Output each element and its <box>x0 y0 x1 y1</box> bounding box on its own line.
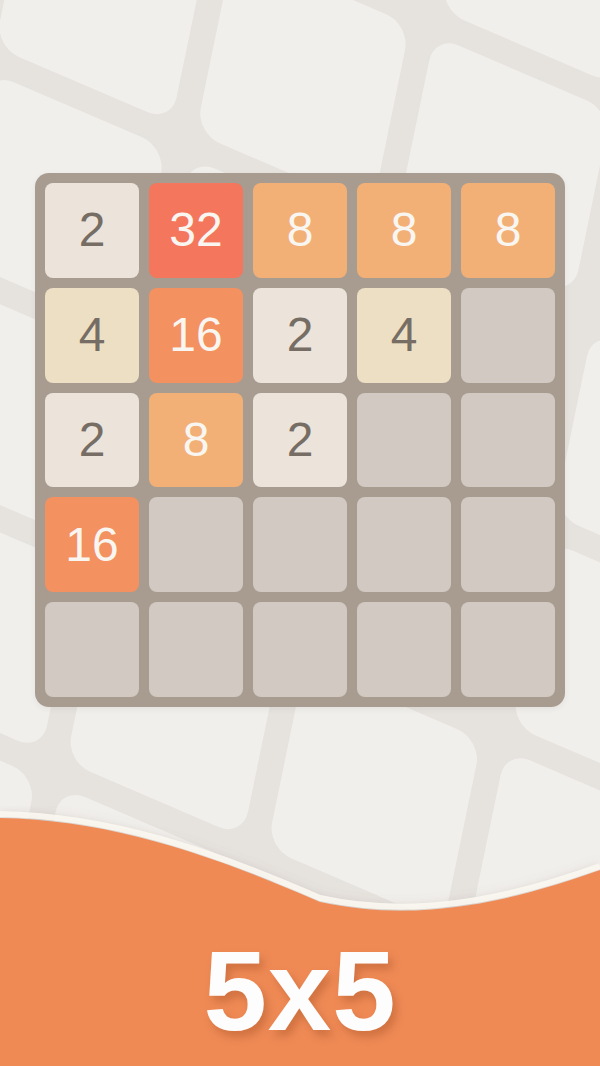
tile-8-r1c3: 8 <box>253 183 347 278</box>
tile-32-r1c2: 32 <box>149 183 243 278</box>
tile-2-r3c3: 2 <box>253 393 347 488</box>
mode-label: 5x5 <box>203 927 396 1054</box>
tile-16-r4c1: 16 <box>45 497 139 592</box>
empty-cell-r2c5 <box>461 288 555 383</box>
tile-2-r2c3: 2 <box>253 288 347 383</box>
tile-8-r1c4: 8 <box>357 183 451 278</box>
tile-2-r1c1: 2 <box>45 183 139 278</box>
tile-8-r1c5: 8 <box>461 183 555 278</box>
empty-cell-r4c5 <box>461 497 555 592</box>
empty-cell-r4c2 <box>149 497 243 592</box>
tile-8-r3c2: 8 <box>149 393 243 488</box>
board-grid[interactable]: 2328884162428216 <box>35 173 565 707</box>
tile-4-r2c1: 4 <box>45 288 139 383</box>
empty-cell-r5c2 <box>149 602 243 697</box>
mode-banner[interactable]: 5x5 <box>0 925 600 1056</box>
empty-cell-r5c4 <box>357 602 451 697</box>
tile-4-r2c4: 4 <box>357 288 451 383</box>
tile-2-r3c1: 2 <box>45 393 139 488</box>
empty-cell-r3c4 <box>357 393 451 488</box>
empty-cell-r3c5 <box>461 393 555 488</box>
empty-cell-r5c5 <box>461 602 555 697</box>
empty-cell-r4c3 <box>253 497 347 592</box>
tile-16-r2c2: 16 <box>149 288 243 383</box>
empty-cell-r4c4 <box>357 497 451 592</box>
empty-cell-r5c3 <box>253 602 347 697</box>
empty-cell-r5c1 <box>45 602 139 697</box>
game-screen: 2328884162428216 5x5 <box>0 0 600 1066</box>
